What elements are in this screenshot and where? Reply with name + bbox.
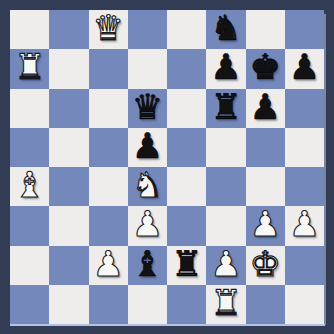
square-d1[interactable] [128, 285, 167, 324]
square-d3[interactable]: ♟ [128, 206, 167, 245]
square-h8[interactable] [285, 10, 324, 49]
square-b3[interactable] [49, 206, 88, 245]
square-a3[interactable] [10, 206, 49, 245]
square-f2[interactable]: ♟ [206, 246, 245, 285]
black-bishop-piece[interactable]: ♝ [132, 247, 163, 282]
square-b1[interactable] [49, 285, 88, 324]
white-rook-piece[interactable]: ♜ [14, 50, 45, 85]
square-f6[interactable]: ♜ [206, 89, 245, 128]
white-pawn-piece[interactable]: ♟ [210, 247, 241, 282]
square-g7[interactable]: ♚ [246, 49, 285, 88]
square-d4[interactable]: ♞ [128, 167, 167, 206]
square-h1[interactable] [285, 285, 324, 324]
square-c2[interactable]: ♟ [89, 246, 128, 285]
black-pawn-piece[interactable]: ♟ [249, 90, 280, 125]
square-h2[interactable] [285, 246, 324, 285]
square-g1[interactable] [246, 285, 285, 324]
black-pawn-piece[interactable]: ♟ [210, 50, 241, 85]
square-d6[interactable]: ♛ [128, 89, 167, 128]
square-b2[interactable] [49, 246, 88, 285]
white-bishop-piece[interactable]: ♝ [14, 168, 45, 203]
black-rook-piece[interactable]: ♜ [171, 247, 202, 282]
square-g3[interactable]: ♟ [246, 206, 285, 245]
square-c7[interactable] [89, 49, 128, 88]
square-c4[interactable] [89, 167, 128, 206]
square-a4[interactable]: ♝ [10, 167, 49, 206]
black-pawn-piece[interactable]: ♟ [132, 129, 163, 164]
square-e8[interactable] [167, 10, 206, 49]
white-king-piece[interactable]: ♚ [249, 247, 280, 282]
white-rook-piece[interactable]: ♜ [210, 286, 241, 321]
square-e6[interactable] [167, 89, 206, 128]
square-c5[interactable] [89, 128, 128, 167]
square-c3[interactable] [89, 206, 128, 245]
square-e4[interactable] [167, 167, 206, 206]
square-b8[interactable] [49, 10, 88, 49]
square-a1[interactable] [10, 285, 49, 324]
white-knight-piece[interactable]: ♞ [132, 168, 163, 203]
black-rook-piece[interactable]: ♜ [210, 90, 241, 125]
square-a2[interactable] [10, 246, 49, 285]
square-c8[interactable]: ♛ [89, 10, 128, 49]
square-a8[interactable] [10, 10, 49, 49]
white-pawn-piece[interactable]: ♟ [249, 207, 280, 242]
square-a5[interactable] [10, 128, 49, 167]
square-e7[interactable] [167, 49, 206, 88]
black-king-piece[interactable]: ♚ [249, 50, 280, 85]
square-f7[interactable]: ♟ [206, 49, 245, 88]
square-g2[interactable]: ♚ [246, 246, 285, 285]
square-b4[interactable] [49, 167, 88, 206]
square-f4[interactable] [206, 167, 245, 206]
square-g6[interactable]: ♟ [246, 89, 285, 128]
square-d7[interactable] [128, 49, 167, 88]
square-e1[interactable] [167, 285, 206, 324]
square-h4[interactable] [285, 167, 324, 206]
square-a7[interactable]: ♜ [10, 49, 49, 88]
board-frame: ♛♞♜♟♚♟♛♜♟♟♝♞♟♟♟♟♝♜♟♚♜ [0, 0, 334, 334]
square-f1[interactable]: ♜ [206, 285, 245, 324]
square-e2[interactable]: ♜ [167, 246, 206, 285]
square-g4[interactable] [246, 167, 285, 206]
square-f5[interactable] [206, 128, 245, 167]
white-pawn-piece[interactable]: ♟ [92, 247, 123, 282]
square-d8[interactable] [128, 10, 167, 49]
white-pawn-piece[interactable]: ♟ [289, 207, 320, 242]
square-e3[interactable] [167, 206, 206, 245]
square-f8[interactable]: ♞ [206, 10, 245, 49]
black-pawn-piece[interactable]: ♟ [289, 50, 320, 85]
square-h7[interactable]: ♟ [285, 49, 324, 88]
square-h3[interactable]: ♟ [285, 206, 324, 245]
square-b6[interactable] [49, 89, 88, 128]
square-b5[interactable] [49, 128, 88, 167]
square-g8[interactable] [246, 10, 285, 49]
black-knight-piece[interactable]: ♞ [210, 11, 241, 46]
black-queen-piece[interactable]: ♛ [132, 90, 163, 125]
square-c1[interactable] [89, 285, 128, 324]
square-e5[interactable] [167, 128, 206, 167]
square-d5[interactable]: ♟ [128, 128, 167, 167]
white-pawn-piece[interactable]: ♟ [132, 207, 163, 242]
square-a6[interactable] [10, 89, 49, 128]
chess-board: ♛♞♜♟♚♟♛♜♟♟♝♞♟♟♟♟♝♜♟♚♜ [10, 10, 324, 324]
square-h6[interactable] [285, 89, 324, 128]
square-c6[interactable] [89, 89, 128, 128]
white-queen-piece[interactable]: ♛ [92, 11, 123, 46]
square-h5[interactable] [285, 128, 324, 167]
square-d2[interactable]: ♝ [128, 246, 167, 285]
square-f3[interactable] [206, 206, 245, 245]
square-b7[interactable] [49, 49, 88, 88]
square-g5[interactable] [246, 128, 285, 167]
